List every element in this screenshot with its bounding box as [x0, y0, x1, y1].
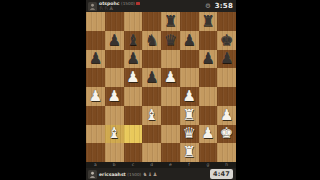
square-e8[interactable]: ♜ — [161, 12, 180, 31]
square-h3[interactable]: ♟ — [217, 106, 236, 125]
square-f6[interactable] — [180, 50, 199, 69]
square-g5[interactable] — [199, 68, 218, 87]
bottom-player-captured-pieces: ♞♝♟ — [143, 172, 158, 177]
black-pawn[interactable]: ♟ — [89, 51, 102, 66]
square-c6[interactable]: ♟ — [124, 50, 143, 69]
white-bishop[interactable]: ♝ — [145, 108, 158, 123]
square-b2[interactable]: ♝ — [105, 125, 124, 144]
top-player-clock: 3:58 — [215, 2, 233, 10]
square-d3[interactable]: ♝ — [142, 106, 161, 125]
square-e3[interactable] — [161, 106, 180, 125]
white-pawn[interactable]: ♟ — [89, 89, 102, 104]
bottom-player-bar: ericsaahst (1500) ♞♝♟ 4:47 — [86, 168, 236, 180]
square-a7[interactable] — [86, 31, 105, 50]
square-e6[interactable] — [161, 50, 180, 69]
bottom-player-info: ericsaahst (1500) ♞♝♟ — [99, 172, 158, 177]
black-pawn[interactable]: ♟ — [220, 51, 233, 66]
square-c8[interactable] — [124, 12, 143, 31]
white-queen[interactable]: ♛ — [182, 126, 195, 141]
bottom-player-clock: 4:47 — [210, 169, 233, 179]
black-king[interactable]: ♚ — [220, 33, 233, 48]
square-f4[interactable]: ♟ — [180, 87, 199, 106]
square-f8[interactable] — [180, 12, 199, 31]
square-d6[interactable] — [142, 50, 161, 69]
square-h1[interactable] — [217, 143, 236, 162]
square-g3[interactable] — [199, 106, 218, 125]
person-icon — [89, 171, 96, 178]
white-rook[interactable]: ♜ — [182, 108, 195, 123]
black-rook[interactable]: ♜ — [164, 14, 177, 29]
square-c4[interactable] — [124, 87, 143, 106]
square-f5[interactable] — [180, 68, 199, 87]
black-knight[interactable]: ♞ — [145, 33, 158, 48]
square-h6[interactable]: ♟ — [217, 50, 236, 69]
white-pawn[interactable]: ♟ — [107, 89, 120, 104]
square-c3[interactable] — [124, 106, 143, 125]
square-e2[interactable] — [161, 125, 180, 144]
white-king[interactable]: ♚ — [220, 126, 233, 141]
black-pawn[interactable]: ♟ — [201, 51, 214, 66]
square-h8[interactable] — [217, 12, 236, 31]
square-b8[interactable] — [105, 12, 124, 31]
top-player-info: otspohc (1500) ♘♘♙ — [99, 1, 140, 11]
square-e7[interactable]: ♛ — [161, 31, 180, 50]
square-b7[interactable]: ♟ — [105, 31, 124, 50]
square-b4[interactable]: ♟ — [105, 87, 124, 106]
white-bishop[interactable]: ♝ — [107, 126, 120, 141]
square-a1[interactable] — [86, 143, 105, 162]
top-player-captured-pieces: ♘♘♙ — [99, 6, 114, 11]
white-rook[interactable]: ♜ — [182, 145, 195, 160]
top-player-bar: otspohc (1500) ♘♘♙ ⚙ 3:58 — [86, 0, 236, 12]
square-d5[interactable]: ♟ — [142, 68, 161, 87]
chess-board[interactable]: ♜♜♟♝♞♛♟♚♟♟♟♟♟♟♟♟♟♟♝♜♟♝♛♟♚♜ — [86, 12, 236, 162]
square-d1[interactable] — [142, 143, 161, 162]
square-d8[interactable] — [142, 12, 161, 31]
top-player-avatar[interactable] — [88, 2, 97, 11]
white-pawn[interactable]: ♟ — [164, 70, 177, 85]
square-c2[interactable] — [124, 125, 143, 144]
black-pawn[interactable]: ♟ — [182, 33, 195, 48]
black-pawn[interactable]: ♟ — [145, 70, 158, 85]
square-b5[interactable] — [105, 68, 124, 87]
bottom-player-avatar[interactable] — [88, 170, 97, 179]
settings-gear-icon[interactable]: ⚙ — [205, 2, 211, 10]
square-c7[interactable]: ♝ — [124, 31, 143, 50]
black-bishop[interactable]: ♝ — [126, 33, 139, 48]
square-e1[interactable] — [161, 143, 180, 162]
square-h2[interactable]: ♚ — [217, 125, 236, 144]
square-a2[interactable] — [86, 125, 105, 144]
app-viewport: otspohc (1500) ♘♘♙ ⚙ 3:58 ♜♜♟♝♞♛♟♚♟♟♟♟♟♟… — [86, 0, 236, 180]
square-g7[interactable] — [199, 31, 218, 50]
square-h4[interactable] — [217, 87, 236, 106]
white-pawn[interactable]: ♟ — [220, 108, 233, 123]
square-h7[interactable]: ♚ — [217, 31, 236, 50]
square-a6[interactable]: ♟ — [86, 50, 105, 69]
white-pawn[interactable]: ♟ — [126, 70, 139, 85]
square-g1[interactable] — [199, 143, 218, 162]
square-b6[interactable] — [105, 50, 124, 69]
square-f7[interactable]: ♟ — [180, 31, 199, 50]
square-g2[interactable]: ♟ — [199, 125, 218, 144]
square-f1[interactable]: ♜ — [180, 143, 199, 162]
square-d7[interactable]: ♞ — [142, 31, 161, 50]
person-icon — [89, 3, 96, 10]
square-d2[interactable] — [142, 125, 161, 144]
top-player-flag-icon — [136, 2, 140, 5]
screenshot-root: otspohc (1500) ♘♘♙ ⚙ 3:58 ♜♜♟♝♞♛♟♚♟♟♟♟♟♟… — [0, 0, 320, 180]
black-pawn[interactable]: ♟ — [126, 51, 139, 66]
bottom-player-name[interactable]: ericsaahst — [99, 172, 126, 177]
black-pawn[interactable]: ♟ — [107, 33, 120, 48]
square-d4[interactable] — [142, 87, 161, 106]
square-b1[interactable] — [105, 143, 124, 162]
square-a3[interactable] — [86, 106, 105, 125]
bottom-player-rating: (1500) — [127, 172, 141, 177]
white-pawn[interactable]: ♟ — [201, 126, 214, 141]
black-rook[interactable]: ♜ — [201, 14, 214, 29]
square-c5[interactable]: ♟ — [124, 68, 143, 87]
square-f2[interactable]: ♛ — [180, 125, 199, 144]
square-e4[interactable] — [161, 87, 180, 106]
square-a8[interactable] — [86, 12, 105, 31]
square-a5[interactable] — [86, 68, 105, 87]
black-queen[interactable]: ♛ — [164, 33, 177, 48]
square-f3[interactable]: ♜ — [180, 106, 199, 125]
square-a4[interactable]: ♟ — [86, 87, 105, 106]
square-c1[interactable] — [124, 143, 143, 162]
square-g8[interactable]: ♜ — [199, 12, 218, 31]
white-pawn[interactable]: ♟ — [182, 89, 195, 104]
square-h5[interactable] — [217, 68, 236, 87]
square-e5[interactable]: ♟ — [161, 68, 180, 87]
square-g6[interactable]: ♟ — [199, 50, 218, 69]
square-b3[interactable] — [105, 106, 124, 125]
square-g4[interactable] — [199, 87, 218, 106]
